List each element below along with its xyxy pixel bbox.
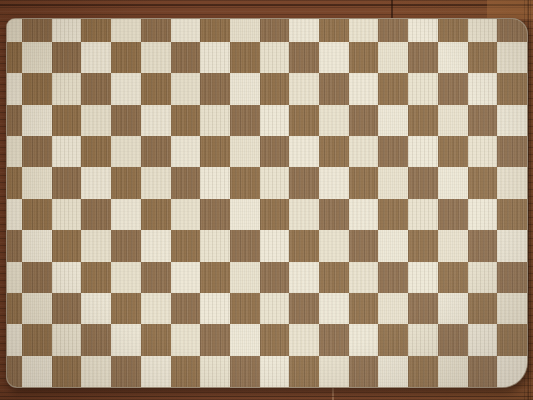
- board-square[interactable]: [22, 324, 52, 355]
- board-square[interactable]: [319, 230, 349, 261]
- board-square[interactable]: [171, 230, 201, 261]
- board-square[interactable]: [230, 324, 260, 355]
- board-square[interactable]: [171, 356, 201, 387]
- board-square[interactable]: [200, 105, 230, 136]
- checkerboard-rug: [6, 18, 528, 388]
- board-square[interactable]: [497, 105, 527, 136]
- board-square[interactable]: [468, 293, 498, 324]
- board-square[interactable]: [438, 230, 468, 261]
- board-square[interactable]: [52, 136, 82, 167]
- board-square[interactable]: [52, 199, 82, 230]
- board-square[interactable]: [52, 230, 82, 261]
- board-square[interactable]: [230, 262, 260, 293]
- board-square[interactable]: [52, 293, 82, 324]
- board-square[interactable]: [171, 262, 201, 293]
- board-square[interactable]: [200, 356, 230, 387]
- board-square[interactable]: [289, 199, 319, 230]
- board-square[interactable]: [200, 19, 230, 42]
- board-square[interactable]: [408, 324, 438, 355]
- board-square[interactable]: [81, 262, 111, 293]
- board-square[interactable]: [378, 293, 408, 324]
- board-square[interactable]: [319, 324, 349, 355]
- board-square[interactable]: [7, 136, 22, 167]
- board-square[interactable]: [497, 324, 527, 355]
- board-square[interactable]: [171, 293, 201, 324]
- board-square[interactable]: [289, 73, 319, 104]
- board-square[interactable]: [468, 42, 498, 73]
- board-square[interactable]: [171, 199, 201, 230]
- board-square[interactable]: [408, 230, 438, 261]
- board-square[interactable]: [468, 19, 498, 42]
- board-square[interactable]: [319, 19, 349, 42]
- board-square[interactable]: [497, 167, 527, 198]
- board-square[interactable]: [22, 230, 52, 261]
- board-square[interactable]: [52, 42, 82, 73]
- board-square[interactable]: [22, 105, 52, 136]
- board-square[interactable]: [111, 19, 141, 42]
- board-square[interactable]: [230, 73, 260, 104]
- board-square[interactable]: [81, 230, 111, 261]
- board-square[interactable]: [289, 19, 319, 42]
- board-square[interactable]: [349, 105, 379, 136]
- board-square[interactable]: [289, 293, 319, 324]
- board-square[interactable]: [319, 136, 349, 167]
- board-square[interactable]: [408, 19, 438, 42]
- board-square[interactable]: [81, 356, 111, 387]
- board-square[interactable]: [141, 199, 171, 230]
- board-square[interactable]: [230, 199, 260, 230]
- board-square[interactable]: [408, 293, 438, 324]
- board-square[interactable]: [319, 73, 349, 104]
- board-square[interactable]: [141, 19, 171, 42]
- board-square[interactable]: [289, 105, 319, 136]
- board-square[interactable]: [230, 293, 260, 324]
- board-square[interactable]: [171, 324, 201, 355]
- board-square[interactable]: [111, 262, 141, 293]
- board-square[interactable]: [260, 324, 290, 355]
- board-square[interactable]: [111, 199, 141, 230]
- board-square[interactable]: [141, 136, 171, 167]
- board-square[interactable]: [378, 105, 408, 136]
- board-square[interactable]: [319, 42, 349, 73]
- board-square[interactable]: [171, 167, 201, 198]
- board-square[interactable]: [408, 199, 438, 230]
- board-square[interactable]: [200, 230, 230, 261]
- board-square[interactable]: [260, 42, 290, 73]
- board-square[interactable]: [81, 105, 111, 136]
- board-square[interactable]: [171, 136, 201, 167]
- board-square[interactable]: [200, 199, 230, 230]
- board-square[interactable]: [200, 262, 230, 293]
- board-square[interactable]: [438, 73, 468, 104]
- board-square[interactable]: [408, 42, 438, 73]
- board-grid: [7, 19, 527, 387]
- board-square[interactable]: [349, 199, 379, 230]
- board-square[interactable]: [468, 73, 498, 104]
- board-square[interactable]: [349, 73, 379, 104]
- board-square[interactable]: [378, 230, 408, 261]
- board-square[interactable]: [289, 42, 319, 73]
- board-square[interactable]: [497, 293, 527, 324]
- board-square[interactable]: [111, 136, 141, 167]
- floor-plank-light-topright: [487, 0, 533, 19]
- board-square[interactable]: [438, 356, 468, 387]
- board-square[interactable]: [408, 73, 438, 104]
- board-square[interactable]: [22, 167, 52, 198]
- board-square[interactable]: [468, 324, 498, 355]
- board-square[interactable]: [111, 356, 141, 387]
- board-square[interactable]: [22, 293, 52, 324]
- board-square[interactable]: [200, 136, 230, 167]
- board-square[interactable]: [7, 262, 22, 293]
- board-square[interactable]: [141, 73, 171, 104]
- board-square[interactable]: [349, 230, 379, 261]
- board-square[interactable]: [7, 42, 22, 73]
- board-square[interactable]: [260, 293, 290, 324]
- board-square[interactable]: [378, 136, 408, 167]
- board-square[interactable]: [497, 262, 527, 293]
- board-square[interactable]: [438, 105, 468, 136]
- board-square[interactable]: [260, 230, 290, 261]
- board-square[interactable]: [378, 199, 408, 230]
- board-square[interactable]: [260, 136, 290, 167]
- board-square[interactable]: [378, 262, 408, 293]
- board-square[interactable]: [438, 324, 468, 355]
- board-square[interactable]: [230, 167, 260, 198]
- board-square[interactable]: [349, 293, 379, 324]
- board-square[interactable]: [230, 105, 260, 136]
- board-square[interactable]: [497, 356, 527, 387]
- board-square[interactable]: [408, 136, 438, 167]
- board-square[interactable]: [438, 293, 468, 324]
- board-square[interactable]: [468, 230, 498, 261]
- board-square[interactable]: [438, 42, 468, 73]
- board-square[interactable]: [319, 262, 349, 293]
- board-square[interactable]: [468, 105, 498, 136]
- board-square[interactable]: [349, 262, 379, 293]
- board-square[interactable]: [111, 73, 141, 104]
- board-square[interactable]: [22, 199, 52, 230]
- board-square[interactable]: [7, 356, 22, 387]
- board-square[interactable]: [497, 136, 527, 167]
- board-square[interactable]: [319, 105, 349, 136]
- board-square[interactable]: [497, 42, 527, 73]
- board-square[interactable]: [22, 262, 52, 293]
- board-square[interactable]: [349, 324, 379, 355]
- board-square[interactable]: [408, 262, 438, 293]
- board-square[interactable]: [141, 262, 171, 293]
- board-square[interactable]: [7, 73, 22, 104]
- board-square[interactable]: [260, 199, 290, 230]
- board-square[interactable]: [52, 167, 82, 198]
- board-square[interactable]: [141, 167, 171, 198]
- floor-plank-seam-top: [0, 4, 533, 6]
- board-square[interactable]: [230, 356, 260, 387]
- board-square[interactable]: [378, 167, 408, 198]
- board-square[interactable]: [438, 262, 468, 293]
- board-square[interactable]: [141, 324, 171, 355]
- board-square[interactable]: [260, 19, 290, 42]
- board-square[interactable]: [7, 167, 22, 198]
- hardwood-floor: [0, 0, 533, 400]
- board-square[interactable]: [111, 230, 141, 261]
- board-square[interactable]: [289, 324, 319, 355]
- board-square[interactable]: [468, 167, 498, 198]
- board-square[interactable]: [7, 105, 22, 136]
- board-square[interactable]: [260, 73, 290, 104]
- board-square[interactable]: [378, 73, 408, 104]
- board-square[interactable]: [319, 356, 349, 387]
- board-square[interactable]: [171, 105, 201, 136]
- board-square[interactable]: [171, 42, 201, 73]
- board-square[interactable]: [378, 42, 408, 73]
- board-square[interactable]: [200, 293, 230, 324]
- board-square[interactable]: [81, 136, 111, 167]
- floor-plank-joint-top: [391, 0, 393, 19]
- board-square[interactable]: [7, 293, 22, 324]
- board-square[interactable]: [349, 19, 379, 42]
- board-square[interactable]: [289, 167, 319, 198]
- board-square[interactable]: [52, 324, 82, 355]
- board-square[interactable]: [438, 167, 468, 198]
- board-square[interactable]: [438, 136, 468, 167]
- board-square[interactable]: [141, 42, 171, 73]
- board-square[interactable]: [497, 199, 527, 230]
- board-square[interactable]: [468, 199, 498, 230]
- board-square[interactable]: [52, 73, 82, 104]
- board-square[interactable]: [349, 356, 379, 387]
- board-square[interactable]: [260, 262, 290, 293]
- board-square[interactable]: [7, 19, 22, 42]
- board-square[interactable]: [81, 19, 111, 42]
- board-square[interactable]: [230, 42, 260, 73]
- board-square[interactable]: [408, 167, 438, 198]
- board-square[interactable]: [408, 356, 438, 387]
- board-square[interactable]: [111, 42, 141, 73]
- board-square[interactable]: [7, 199, 22, 230]
- board-square[interactable]: [230, 136, 260, 167]
- board-square[interactable]: [141, 356, 171, 387]
- board-square[interactable]: [260, 167, 290, 198]
- board-square[interactable]: [171, 73, 201, 104]
- board-square[interactable]: [497, 230, 527, 261]
- board-square[interactable]: [22, 42, 52, 73]
- board-square[interactable]: [289, 262, 319, 293]
- board-square[interactable]: [141, 230, 171, 261]
- board-square[interactable]: [111, 167, 141, 198]
- board-square[interactable]: [349, 42, 379, 73]
- board-square[interactable]: [111, 293, 141, 324]
- board-square[interactable]: [438, 19, 468, 42]
- board-square[interactable]: [171, 19, 201, 42]
- board-square[interactable]: [289, 136, 319, 167]
- board-square[interactable]: [200, 73, 230, 104]
- board-square[interactable]: [22, 73, 52, 104]
- board-square[interactable]: [378, 19, 408, 42]
- board-square[interactable]: [378, 324, 408, 355]
- board-square[interactable]: [468, 356, 498, 387]
- board-square[interactable]: [438, 199, 468, 230]
- board-square[interactable]: [200, 324, 230, 355]
- board-square[interactable]: [52, 19, 82, 42]
- board-square[interactable]: [7, 230, 22, 261]
- board-square[interactable]: [497, 73, 527, 104]
- board-square[interactable]: [200, 167, 230, 198]
- board-square[interactable]: [111, 105, 141, 136]
- board-square[interactable]: [319, 293, 349, 324]
- board-square[interactable]: [81, 199, 111, 230]
- board-square[interactable]: [22, 356, 52, 387]
- board-square[interactable]: [52, 356, 82, 387]
- board-square[interactable]: [22, 19, 52, 42]
- board-square[interactable]: [141, 293, 171, 324]
- board-square[interactable]: [81, 73, 111, 104]
- board-square[interactable]: [230, 230, 260, 261]
- board-square[interactable]: [7, 324, 22, 355]
- board-square[interactable]: [378, 356, 408, 387]
- board-square[interactable]: [111, 324, 141, 355]
- floor-plank-seam-bottom: [0, 396, 533, 397]
- board-square[interactable]: [468, 262, 498, 293]
- board-square[interactable]: [52, 105, 82, 136]
- board-square[interactable]: [349, 167, 379, 198]
- board-square[interactable]: [289, 230, 319, 261]
- board-square[interactable]: [81, 167, 111, 198]
- board-square[interactable]: [260, 105, 290, 136]
- board-square[interactable]: [319, 199, 349, 230]
- board-square[interactable]: [230, 19, 260, 42]
- board-square[interactable]: [81, 42, 111, 73]
- board-square[interactable]: [81, 324, 111, 355]
- board-square[interactable]: [289, 356, 319, 387]
- board-square[interactable]: [468, 136, 498, 167]
- board-square[interactable]: [349, 136, 379, 167]
- floor-plank-seam-right: [528, 0, 529, 400]
- board-square[interactable]: [319, 167, 349, 198]
- board-square[interactable]: [260, 356, 290, 387]
- board-square[interactable]: [200, 42, 230, 73]
- board-square[interactable]: [408, 105, 438, 136]
- board-square[interactable]: [141, 105, 171, 136]
- board-square[interactable]: [497, 19, 527, 42]
- board-square[interactable]: [81, 293, 111, 324]
- board-square[interactable]: [52, 262, 82, 293]
- board-square[interactable]: [22, 136, 52, 167]
